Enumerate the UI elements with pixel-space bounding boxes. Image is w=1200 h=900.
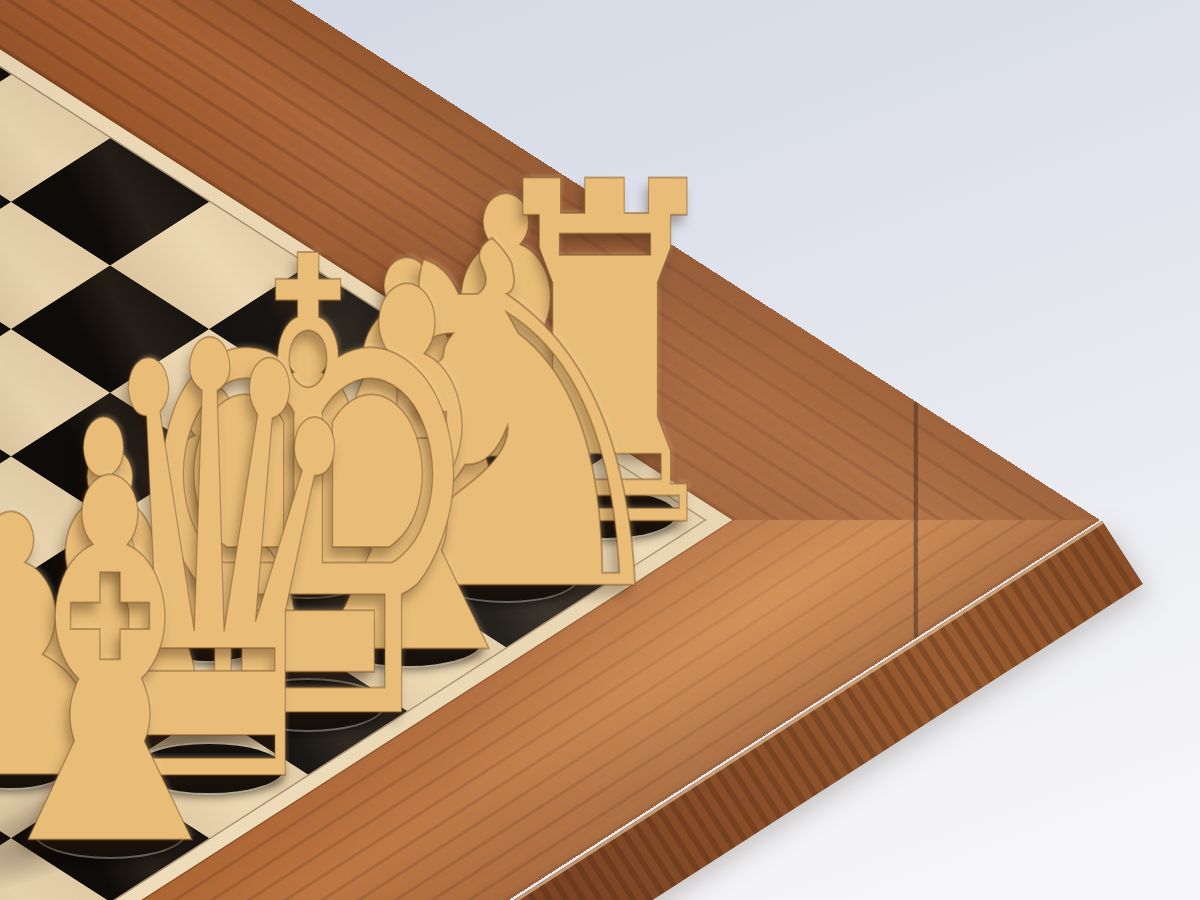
pieces-layer: ♟♜♟♞♟♝♟♚♟♛♟♝ [0, 0, 1200, 900]
bishop-glyph: ♝ [0, 471, 267, 861]
chess-photo-scene: ♟♜♟♞♟♝♟♚♟♛♟♝ [0, 0, 1200, 900]
